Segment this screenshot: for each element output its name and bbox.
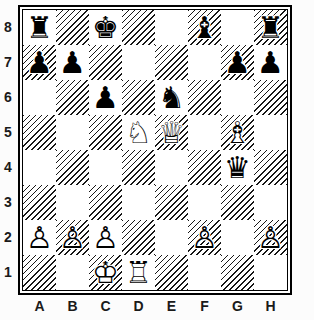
file-label-b: B <box>56 296 89 316</box>
square-h5[interactable] <box>254 115 287 150</box>
piece-halo: ♙ <box>23 220 56 255</box>
piece-black-rook[interactable]: ♜ <box>254 10 287 45</box>
square-a6[interactable] <box>23 80 56 115</box>
square-g8[interactable] <box>221 10 254 45</box>
piece-halo: ♞ <box>155 80 188 115</box>
square-a2[interactable]: ♙♙ <box>23 220 56 255</box>
piece-black-bishop[interactable]: ♝ <box>188 10 221 45</box>
square-f3[interactable] <box>188 185 221 220</box>
file-label-c: C <box>89 296 122 316</box>
square-e8[interactable] <box>155 10 188 45</box>
piece-white-pawn[interactable]: ♙ <box>56 220 89 255</box>
piece-halo: ♜ <box>254 10 287 45</box>
piece-black-pawn[interactable]: ♟ <box>56 45 89 80</box>
square-g1[interactable] <box>221 255 254 290</box>
square-g4[interactable]: ♛♛ <box>221 150 254 185</box>
rank-label-6: 6 <box>0 80 16 115</box>
square-e4[interactable] <box>155 150 188 185</box>
piece-white-queen[interactable]: ♕ <box>155 115 188 150</box>
square-d8[interactable] <box>122 10 155 45</box>
piece-halo: ♟ <box>221 45 254 80</box>
square-h8[interactable]: ♜♜ <box>254 10 287 45</box>
square-f7[interactable] <box>188 45 221 80</box>
piece-black-pawn[interactable]: ♟ <box>89 80 122 115</box>
chess-diagram: 87654321 ♜♜♚♚♝♝♜♜♟♟♟♟♟♟♟♟♟♟♞♞♞♘♛♕♝♗♛♛♙♙♙… <box>0 0 314 320</box>
square-g6[interactable] <box>221 80 254 115</box>
piece-halo: ♟ <box>254 45 287 80</box>
square-a4[interactable] <box>23 150 56 185</box>
square-g2[interactable] <box>221 220 254 255</box>
piece-white-pawn[interactable]: ♙ <box>254 220 287 255</box>
piece-black-pawn[interactable]: ♟ <box>221 45 254 80</box>
square-h1[interactable] <box>254 255 287 290</box>
piece-black-queen[interactable]: ♛ <box>221 150 254 185</box>
file-label-e: E <box>155 296 188 316</box>
square-b4[interactable] <box>56 150 89 185</box>
piece-halo: ♝ <box>221 115 254 150</box>
rank-label-5: 5 <box>0 115 16 150</box>
square-e6[interactable]: ♞♞ <box>155 80 188 115</box>
rank-label-2: 2 <box>0 220 16 255</box>
file-label-g: G <box>221 296 254 316</box>
piece-black-rook[interactable]: ♜ <box>23 10 56 45</box>
piece-black-pawn[interactable]: ♟ <box>254 45 287 80</box>
square-d5[interactable]: ♞♘ <box>122 115 155 150</box>
piece-black-king[interactable]: ♚ <box>89 10 122 45</box>
square-b5[interactable] <box>56 115 89 150</box>
square-h4[interactable] <box>254 150 287 185</box>
square-b2[interactable]: ♙♙ <box>56 220 89 255</box>
square-h2[interactable]: ♙♙ <box>254 220 287 255</box>
square-f5[interactable] <box>188 115 221 150</box>
file-labels: ABCDEFGH <box>23 296 287 316</box>
piece-black-pawn[interactable]: ♟ <box>23 45 56 80</box>
piece-halo: ♝ <box>188 10 221 45</box>
square-a8[interactable]: ♜♜ <box>23 10 56 45</box>
piece-halo: ♙ <box>56 220 89 255</box>
square-a1[interactable] <box>23 255 56 290</box>
square-h6[interactable] <box>254 80 287 115</box>
piece-halo: ♜ <box>23 10 56 45</box>
board-frame: ♜♜♚♚♝♝♜♜♟♟♟♟♟♟♟♟♟♟♞♞♞♘♛♕♝♗♛♛♙♙♙♙♙♙♙♙♙♙♚♔… <box>18 5 292 295</box>
square-g3[interactable] <box>221 185 254 220</box>
rank-label-4: 4 <box>0 150 16 185</box>
square-c3[interactable] <box>89 185 122 220</box>
square-c4[interactable] <box>89 150 122 185</box>
square-f8[interactable]: ♝♝ <box>188 10 221 45</box>
piece-white-rook[interactable]: ♖ <box>122 255 155 290</box>
piece-halo: ♚ <box>89 10 122 45</box>
square-f6[interactable] <box>188 80 221 115</box>
file-label-d: D <box>122 296 155 316</box>
square-b8[interactable] <box>56 10 89 45</box>
piece-halo: ♚ <box>89 255 122 290</box>
square-e7[interactable] <box>155 45 188 80</box>
piece-halo: ♙ <box>254 220 287 255</box>
piece-halo: ♟ <box>89 80 122 115</box>
chess-board: ♜♜♚♚♝♝♜♜♟♟♟♟♟♟♟♟♟♟♞♞♞♘♛♕♝♗♛♛♙♙♙♙♙♙♙♙♙♙♚♔… <box>23 10 287 290</box>
square-e5[interactable]: ♛♕ <box>155 115 188 150</box>
square-e1[interactable] <box>155 255 188 290</box>
piece-halo: ♙ <box>188 220 221 255</box>
file-label-h: H <box>254 296 287 316</box>
piece-black-knight[interactable]: ♞ <box>155 80 188 115</box>
square-b7[interactable]: ♟♟ <box>56 45 89 80</box>
square-a3[interactable] <box>23 185 56 220</box>
piece-white-pawn[interactable]: ♙ <box>23 220 56 255</box>
square-c8[interactable]: ♚♚ <box>89 10 122 45</box>
square-h7[interactable]: ♟♟ <box>254 45 287 80</box>
square-c1[interactable]: ♚♔ <box>89 255 122 290</box>
square-f2[interactable]: ♙♙ <box>188 220 221 255</box>
square-g7[interactable]: ♟♟ <box>221 45 254 80</box>
piece-white-bishop[interactable]: ♗ <box>221 115 254 150</box>
square-b6[interactable] <box>56 80 89 115</box>
piece-halo: ♟ <box>23 45 56 80</box>
square-f4[interactable] <box>188 150 221 185</box>
square-c2[interactable]: ♙♙ <box>89 220 122 255</box>
piece-halo: ♛ <box>221 150 254 185</box>
piece-halo: ♞ <box>122 115 155 150</box>
piece-halo: ♜ <box>122 255 155 290</box>
rank-label-1: 1 <box>0 255 16 290</box>
piece-halo: ♟ <box>56 45 89 80</box>
rank-label-8: 8 <box>0 10 16 45</box>
square-d6[interactable] <box>122 80 155 115</box>
square-a5[interactable] <box>23 115 56 150</box>
square-b1[interactable] <box>56 255 89 290</box>
piece-white-pawn[interactable]: ♙ <box>89 220 122 255</box>
rank-label-3: 3 <box>0 185 16 220</box>
square-e2[interactable] <box>155 220 188 255</box>
board-inner: ♜♜♚♚♝♝♜♜♟♟♟♟♟♟♟♟♟♟♞♞♞♘♛♕♝♗♛♛♙♙♙♙♙♙♙♙♙♙♚♔… <box>22 9 288 291</box>
file-label-f: F <box>188 296 221 316</box>
piece-white-knight[interactable]: ♘ <box>122 115 155 150</box>
square-d7[interactable] <box>122 45 155 80</box>
square-d3[interactable] <box>122 185 155 220</box>
square-a7[interactable]: ♟♟ <box>23 45 56 80</box>
file-label-a: A <box>23 296 56 316</box>
square-d4[interactable] <box>122 150 155 185</box>
square-d2[interactable] <box>122 220 155 255</box>
square-e3[interactable] <box>155 185 188 220</box>
square-c5[interactable] <box>89 115 122 150</box>
square-f1[interactable] <box>188 255 221 290</box>
square-h3[interactable] <box>254 185 287 220</box>
piece-white-king[interactable]: ♔ <box>89 255 122 290</box>
rank-label-7: 7 <box>0 45 16 80</box>
square-g5[interactable]: ♝♗ <box>221 115 254 150</box>
square-d1[interactable]: ♜♖ <box>122 255 155 290</box>
piece-halo: ♛ <box>155 115 188 150</box>
piece-halo: ♙ <box>89 220 122 255</box>
piece-white-pawn[interactable]: ♙ <box>188 220 221 255</box>
square-c6[interactable]: ♟♟ <box>89 80 122 115</box>
square-b3[interactable] <box>56 185 89 220</box>
square-c7[interactable] <box>89 45 122 80</box>
